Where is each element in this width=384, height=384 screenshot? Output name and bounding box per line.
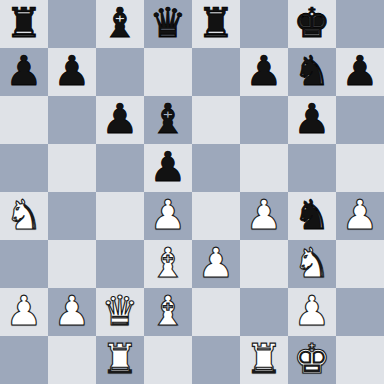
- black-knight-g7[interactable]: ♞: [288, 48, 336, 96]
- square-e5[interactable]: [192, 144, 240, 192]
- black-pawn-d5[interactable]: ♟: [144, 144, 192, 192]
- white-king-g1[interactable]: ♚: [288, 336, 336, 384]
- square-g2[interactable]: ♟: [288, 288, 336, 336]
- square-b3[interactable]: [48, 240, 96, 288]
- white-pawn-b2[interactable]: ♟: [48, 288, 96, 336]
- square-f5[interactable]: [240, 144, 288, 192]
- square-g1[interactable]: ♚: [288, 336, 336, 384]
- square-f4[interactable]: ♟: [240, 192, 288, 240]
- square-g7[interactable]: ♞: [288, 48, 336, 96]
- black-king-g8[interactable]: ♚: [288, 0, 336, 48]
- square-a5[interactable]: [0, 144, 48, 192]
- square-g3[interactable]: ♞: [288, 240, 336, 288]
- square-c1[interactable]: ♜: [96, 336, 144, 384]
- square-d8[interactable]: ♛: [144, 0, 192, 48]
- square-c4[interactable]: [96, 192, 144, 240]
- square-c8[interactable]: ♝: [96, 0, 144, 48]
- square-b8[interactable]: [48, 0, 96, 48]
- square-f2[interactable]: [240, 288, 288, 336]
- white-knight-g3[interactable]: ♞: [288, 240, 336, 288]
- white-knight-a4[interactable]: ♞: [0, 192, 48, 240]
- black-pawn-c6[interactable]: ♟: [96, 96, 144, 144]
- square-f7[interactable]: ♟: [240, 48, 288, 96]
- white-pawn-e3[interactable]: ♟: [192, 240, 240, 288]
- square-g8[interactable]: ♚: [288, 0, 336, 48]
- white-queen-c2[interactable]: ♛: [96, 288, 144, 336]
- white-bishop-d3[interactable]: ♝: [144, 240, 192, 288]
- white-pawn-f4[interactable]: ♟: [240, 192, 288, 240]
- white-rook-f1[interactable]: ♜: [240, 336, 288, 384]
- black-pawn-h7[interactable]: ♟: [336, 48, 384, 96]
- white-pawn-d4[interactable]: ♟: [144, 192, 192, 240]
- square-c2[interactable]: ♛: [96, 288, 144, 336]
- black-rook-a8[interactable]: ♜: [0, 0, 48, 48]
- square-a1[interactable]: [0, 336, 48, 384]
- square-e4[interactable]: [192, 192, 240, 240]
- square-a7[interactable]: ♟: [0, 48, 48, 96]
- square-a8[interactable]: ♜: [0, 0, 48, 48]
- black-bishop-d6[interactable]: ♝: [144, 96, 192, 144]
- white-rook-c1[interactable]: ♜: [96, 336, 144, 384]
- square-b1[interactable]: [48, 336, 96, 384]
- square-a3[interactable]: [0, 240, 48, 288]
- square-a4[interactable]: ♞: [0, 192, 48, 240]
- square-d7[interactable]: [144, 48, 192, 96]
- square-e7[interactable]: [192, 48, 240, 96]
- square-d4[interactable]: ♟: [144, 192, 192, 240]
- black-pawn-f7[interactable]: ♟: [240, 48, 288, 96]
- square-h2[interactable]: [336, 288, 384, 336]
- square-f8[interactable]: [240, 0, 288, 48]
- square-h6[interactable]: [336, 96, 384, 144]
- square-e8[interactable]: ♜: [192, 0, 240, 48]
- black-queen-d8[interactable]: ♛: [144, 0, 192, 48]
- square-b2[interactable]: ♟: [48, 288, 96, 336]
- square-d5[interactable]: ♟: [144, 144, 192, 192]
- square-f1[interactable]: ♜: [240, 336, 288, 384]
- square-b7[interactable]: ♟: [48, 48, 96, 96]
- square-c3[interactable]: [96, 240, 144, 288]
- square-f3[interactable]: [240, 240, 288, 288]
- square-h8[interactable]: [336, 0, 384, 48]
- white-bishop-d2[interactable]: ♝: [144, 288, 192, 336]
- square-c6[interactable]: ♟: [96, 96, 144, 144]
- square-h3[interactable]: [336, 240, 384, 288]
- square-h7[interactable]: ♟: [336, 48, 384, 96]
- square-b5[interactable]: [48, 144, 96, 192]
- square-a2[interactable]: ♟: [0, 288, 48, 336]
- square-a6[interactable]: [0, 96, 48, 144]
- square-b4[interactable]: [48, 192, 96, 240]
- black-pawn-g6[interactable]: ♟: [288, 96, 336, 144]
- white-pawn-a2[interactable]: ♟: [0, 288, 48, 336]
- square-d2[interactable]: ♝: [144, 288, 192, 336]
- square-g4[interactable]: ♞: [288, 192, 336, 240]
- square-h5[interactable]: [336, 144, 384, 192]
- square-d1[interactable]: [144, 336, 192, 384]
- square-g6[interactable]: ♟: [288, 96, 336, 144]
- black-pawn-b7[interactable]: ♟: [48, 48, 96, 96]
- square-e3[interactable]: ♟: [192, 240, 240, 288]
- square-c5[interactable]: [96, 144, 144, 192]
- square-e2[interactable]: [192, 288, 240, 336]
- square-c7[interactable]: [96, 48, 144, 96]
- black-pawn-a7[interactable]: ♟: [0, 48, 48, 96]
- square-d6[interactable]: ♝: [144, 96, 192, 144]
- black-bishop-c8[interactable]: ♝: [96, 0, 144, 48]
- square-f6[interactable]: [240, 96, 288, 144]
- square-d3[interactable]: ♝: [144, 240, 192, 288]
- square-e6[interactable]: [192, 96, 240, 144]
- square-h4[interactable]: ♟: [336, 192, 384, 240]
- white-pawn-g2[interactable]: ♟: [288, 288, 336, 336]
- square-h1[interactable]: [336, 336, 384, 384]
- white-pawn-h4[interactable]: ♟: [336, 192, 384, 240]
- square-e1[interactable]: [192, 336, 240, 384]
- square-b6[interactable]: [48, 96, 96, 144]
- black-knight-g4[interactable]: ♞: [288, 192, 336, 240]
- square-g5[interactable]: [288, 144, 336, 192]
- chess-board: ♜♝♛♜♚♟♟♟♞♟♟♝♟♟♞♟♟♞♟♝♟♞♟♟♛♝♟♜♜♚: [0, 0, 384, 384]
- black-rook-e8[interactable]: ♜: [192, 0, 240, 48]
